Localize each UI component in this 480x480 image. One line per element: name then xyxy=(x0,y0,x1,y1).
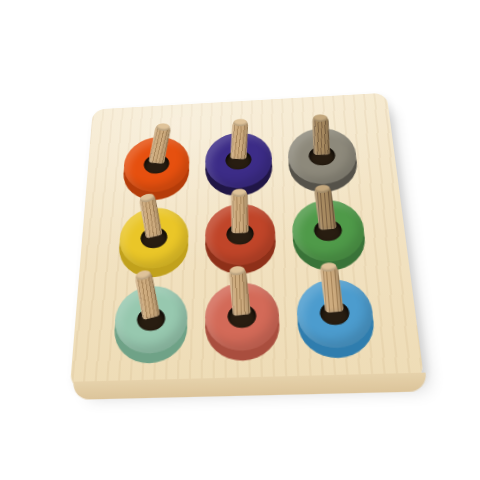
ring-seafoam-piece xyxy=(112,254,189,357)
wooden-peg-top xyxy=(313,114,327,122)
peg-slot-r2c0 xyxy=(104,269,197,357)
wooden-peg-top xyxy=(155,123,170,131)
wooden-peg-top xyxy=(233,119,247,126)
wooden-peg-top xyxy=(139,192,155,203)
photo-background xyxy=(0,0,480,480)
ring-coral-red-piece xyxy=(204,251,282,355)
wooden-peg-top xyxy=(315,184,331,194)
wooden-peg-r0c2 xyxy=(312,115,330,155)
wooden-peg-top xyxy=(135,269,151,281)
ring-sky-blue-piece xyxy=(293,247,378,352)
peg-board xyxy=(70,93,425,390)
peg-grid xyxy=(70,93,425,390)
wooden-peg-top xyxy=(321,262,338,272)
peg-slot-r2c1 xyxy=(196,266,290,355)
wooden-peg-r1c1 xyxy=(231,189,249,233)
wooden-peg-r2c1 xyxy=(228,266,251,316)
peg-slot-r2c2 xyxy=(286,263,387,353)
wooden-peg-r0c1 xyxy=(230,120,248,159)
wooden-peg-top xyxy=(229,265,245,276)
wooden-peg-top xyxy=(232,188,247,197)
